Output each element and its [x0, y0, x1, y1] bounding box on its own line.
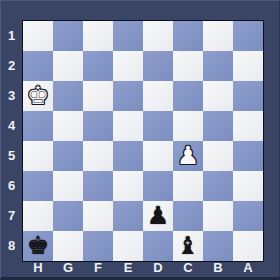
rank-label-6: 6 — [1, 171, 22, 201]
square-a1[interactable] — [233, 21, 263, 51]
rank-label-4: 4 — [1, 111, 22, 141]
square-b8[interactable] — [203, 231, 233, 261]
square-e6[interactable] — [113, 171, 143, 201]
file-label-h: H — [23, 260, 53, 277]
chess-board: ♚♟♟♚♝ — [22, 20, 264, 262]
chess-diagram-frame: 12345678 ♚♟♟♚♝ HGFEDCBA — [0, 0, 280, 280]
rank-label-5: 5 — [1, 141, 22, 171]
square-h8[interactable]: ♚ — [23, 231, 53, 261]
square-e7[interactable] — [113, 201, 143, 231]
square-a7[interactable] — [233, 201, 263, 231]
file-label-a: A — [233, 260, 263, 277]
square-c5[interactable]: ♟ — [173, 141, 203, 171]
square-a3[interactable] — [233, 81, 263, 111]
square-c1[interactable] — [173, 21, 203, 51]
square-h4[interactable] — [23, 111, 53, 141]
square-b1[interactable] — [203, 21, 233, 51]
square-d3[interactable] — [143, 81, 173, 111]
square-f7[interactable] — [83, 201, 113, 231]
square-b7[interactable] — [203, 201, 233, 231]
square-b6[interactable] — [203, 171, 233, 201]
square-d1[interactable] — [143, 21, 173, 51]
square-b2[interactable] — [203, 51, 233, 81]
square-g3[interactable] — [53, 81, 83, 111]
white-pawn-icon: ♟ — [173, 141, 203, 171]
file-label-e: E — [113, 260, 143, 277]
square-e1[interactable] — [113, 21, 143, 51]
rank-labels: 12345678 — [1, 21, 22, 261]
square-d5[interactable] — [143, 141, 173, 171]
square-f6[interactable] — [83, 171, 113, 201]
square-a5[interactable] — [233, 141, 263, 171]
square-b3[interactable] — [203, 81, 233, 111]
square-d4[interactable] — [143, 111, 173, 141]
square-c7[interactable] — [173, 201, 203, 231]
square-g8[interactable] — [53, 231, 83, 261]
square-h7[interactable] — [23, 201, 53, 231]
square-d7[interactable]: ♟ — [143, 201, 173, 231]
file-labels: HGFEDCBA — [23, 260, 263, 277]
square-g5[interactable] — [53, 141, 83, 171]
file-label-f: F — [83, 260, 113, 277]
square-c6[interactable] — [173, 171, 203, 201]
square-h5[interactable] — [23, 141, 53, 171]
file-label-b: B — [203, 260, 233, 277]
square-g1[interactable] — [53, 21, 83, 51]
square-h1[interactable] — [23, 21, 53, 51]
square-c8[interactable]: ♝ — [173, 231, 203, 261]
square-f2[interactable] — [83, 51, 113, 81]
square-e2[interactable] — [113, 51, 143, 81]
square-c2[interactable] — [173, 51, 203, 81]
square-f3[interactable] — [83, 81, 113, 111]
rank-label-7: 7 — [1, 201, 22, 231]
rank-label-3: 3 — [1, 81, 22, 111]
square-a4[interactable] — [233, 111, 263, 141]
black-pawn-icon: ♟ — [143, 201, 173, 231]
rank-label-1: 1 — [1, 21, 22, 51]
rank-label-8: 8 — [1, 231, 22, 261]
square-f1[interactable] — [83, 21, 113, 51]
square-e5[interactable] — [113, 141, 143, 171]
square-g4[interactable] — [53, 111, 83, 141]
square-h6[interactable] — [23, 171, 53, 201]
square-g6[interactable] — [53, 171, 83, 201]
square-g2[interactable] — [53, 51, 83, 81]
square-f4[interactable] — [83, 111, 113, 141]
square-d6[interactable] — [143, 171, 173, 201]
square-e8[interactable] — [113, 231, 143, 261]
rank-label-2: 2 — [1, 51, 22, 81]
black-king-icon: ♚ — [23, 231, 53, 261]
square-b5[interactable] — [203, 141, 233, 171]
square-g7[interactable] — [53, 201, 83, 231]
square-f5[interactable] — [83, 141, 113, 171]
square-a6[interactable] — [233, 171, 263, 201]
black-bishop-icon: ♝ — [173, 231, 203, 261]
square-a2[interactable] — [233, 51, 263, 81]
square-c3[interactable] — [173, 81, 203, 111]
square-c4[interactable] — [173, 111, 203, 141]
file-label-g: G — [53, 260, 83, 277]
file-label-c: C — [173, 260, 203, 277]
white-king-icon: ♚ — [23, 81, 53, 111]
square-h3[interactable]: ♚ — [23, 81, 53, 111]
square-d2[interactable] — [143, 51, 173, 81]
square-h2[interactable] — [23, 51, 53, 81]
file-label-d: D — [143, 260, 173, 277]
square-a8[interactable] — [233, 231, 263, 261]
square-b4[interactable] — [203, 111, 233, 141]
square-f8[interactable] — [83, 231, 113, 261]
square-d8[interactable] — [143, 231, 173, 261]
square-e4[interactable] — [113, 111, 143, 141]
square-e3[interactable] — [113, 81, 143, 111]
